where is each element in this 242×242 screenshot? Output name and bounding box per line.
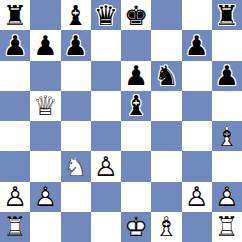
square-a4[interactable] [0,121,30,151]
square-e1[interactable]: ♚♔ [121,212,151,242]
square-g2[interactable]: ♟♙ [182,182,212,212]
black-pawn-piece[interactable]: ♟ [61,30,91,60]
square-f2[interactable] [151,182,181,212]
square-d7[interactable] [91,30,121,60]
black-pawn-piece[interactable]: ♟ [30,30,60,60]
white-pawn-outline: ♙ [182,182,212,212]
white-rook-outline: ♖ [0,212,30,242]
black-bishop-glyph: ♝ [121,91,151,121]
square-d5[interactable] [91,91,121,121]
black-king-piece[interactable]: ♚ [121,0,151,30]
black-knight-piece[interactable]: ♞ [151,61,181,91]
square-f8[interactable] [151,0,181,30]
square-h6[interactable]: ♟ [212,61,242,91]
square-b6[interactable] [30,61,60,91]
square-e7[interactable] [121,30,151,60]
square-c5[interactable] [61,91,91,121]
white-pawn-outline: ♙ [30,182,60,212]
square-b4[interactable] [30,121,60,151]
square-f5[interactable] [151,91,181,121]
white-bishop-piece[interactable]: ♝♗ [151,212,181,242]
white-pawn-glyph: ♟ [30,182,60,212]
square-a2[interactable]: ♟♙ [0,182,30,212]
white-pawn-piece[interactable]: ♟♙ [0,182,30,212]
white-rook-piece[interactable]: ♜♖ [0,212,30,242]
square-g1[interactable] [182,212,212,242]
white-queen-glyph: ♛ [30,91,60,121]
white-queen-piece[interactable]: ♛♕ [30,91,60,121]
white-bishop-glyph: ♝ [151,212,181,242]
black-queen-piece[interactable]: ♛ [91,0,121,30]
black-pawn-piece[interactable]: ♟ [0,30,30,60]
square-f3[interactable] [151,151,181,181]
white-pawn-glyph: ♟ [91,151,121,181]
black-rook-piece[interactable]: ♜ [212,0,242,30]
black-pawn-glyph: ♟ [61,30,91,60]
chess-board: ♜♝♛♚♜♟♟♟♟♟♞♟♛♕♝♝♗♞♘♟♙♟♙♟♙♟♙♟♙♜♖♚♔♝♗♜♖ [0,0,242,242]
square-c3[interactable]: ♞♘ [61,151,91,181]
square-g5[interactable] [182,91,212,121]
square-e8[interactable]: ♚ [121,0,151,30]
square-d6[interactable] [91,61,121,91]
black-pawn-glyph: ♟ [121,61,151,91]
square-h4[interactable]: ♝♗ [212,121,242,151]
square-e4[interactable] [121,121,151,151]
square-f4[interactable] [151,121,181,151]
white-bishop-glyph: ♝ [212,121,242,151]
square-d2[interactable] [91,182,121,212]
white-pawn-outline: ♙ [212,182,242,212]
white-rook-glyph: ♜ [0,212,30,242]
square-f6[interactable]: ♞ [151,61,181,91]
square-d1[interactable] [91,212,121,242]
white-pawn-piece[interactable]: ♟♙ [212,182,242,212]
black-pawn-piece[interactable]: ♟ [212,61,242,91]
black-bishop-piece[interactable]: ♝ [121,91,151,121]
square-g8[interactable] [182,0,212,30]
white-king-glyph: ♚ [121,212,151,242]
black-pawn-piece[interactable]: ♟ [121,61,151,91]
square-a7[interactable]: ♟ [0,30,30,60]
square-b8[interactable] [30,0,60,30]
square-d8[interactable]: ♛ [91,0,121,30]
square-h2[interactable]: ♟♙ [212,182,242,212]
white-rook-glyph: ♜ [212,212,242,242]
black-bishop-piece[interactable]: ♝ [61,0,91,30]
square-f7[interactable] [151,30,181,60]
square-b2[interactable]: ♟♙ [30,182,60,212]
black-pawn-glyph: ♟ [182,30,212,60]
square-b1[interactable] [30,212,60,242]
black-pawn-glyph: ♟ [212,61,242,91]
square-e5[interactable]: ♝ [121,91,151,121]
square-a5[interactable] [0,91,30,121]
square-b7[interactable]: ♟ [30,30,60,60]
square-c8[interactable]: ♝ [61,0,91,30]
square-c6[interactable] [61,61,91,91]
square-e3[interactable] [121,151,151,181]
square-g4[interactable] [182,121,212,151]
white-pawn-piece[interactable]: ♟♙ [182,182,212,212]
square-h3[interactable] [212,151,242,181]
black-rook-piece[interactable]: ♜ [0,0,30,30]
square-e2[interactable] [121,182,151,212]
white-king-outline: ♔ [121,212,151,242]
white-pawn-piece[interactable]: ♟♙ [30,182,60,212]
square-c7[interactable]: ♟ [61,30,91,60]
square-d4[interactable] [91,121,121,151]
white-rook-outline: ♖ [212,212,242,242]
square-g7[interactable]: ♟ [182,30,212,60]
white-bishop-piece[interactable]: ♝♗ [212,121,242,151]
white-pawn-outline: ♙ [91,151,121,181]
square-c4[interactable] [61,121,91,151]
square-f1[interactable]: ♝♗ [151,212,181,242]
square-h1[interactable]: ♜♖ [212,212,242,242]
white-king-piece[interactable]: ♚♔ [121,212,151,242]
white-pawn-piece[interactable]: ♟♙ [91,151,121,181]
black-bishop-glyph: ♝ [61,0,91,30]
white-bishop-outline: ♗ [212,121,242,151]
black-pawn-glyph: ♟ [0,30,30,60]
square-g6[interactable] [182,61,212,91]
black-knight-glyph: ♞ [151,61,181,91]
white-pawn-glyph: ♟ [182,182,212,212]
square-a1[interactable]: ♜♖ [0,212,30,242]
black-pawn-glyph: ♟ [30,30,60,60]
square-d3[interactable]: ♟♙ [91,151,121,181]
white-pawn-glyph: ♟ [0,182,30,212]
square-c2[interactable] [61,182,91,212]
black-queen-glyph: ♛ [91,0,121,30]
square-a8[interactable]: ♜ [0,0,30,30]
square-a3[interactable] [0,151,30,181]
white-knight-piece[interactable]: ♞♘ [61,151,91,181]
white-pawn-glyph: ♟ [212,182,242,212]
square-b3[interactable] [30,151,60,181]
square-h7[interactable] [212,30,242,60]
black-rook-glyph: ♜ [0,0,30,30]
square-h5[interactable] [212,91,242,121]
white-bishop-outline: ♗ [151,212,181,242]
black-rook-glyph: ♜ [212,0,242,30]
white-pawn-outline: ♙ [0,182,30,212]
square-b5[interactable]: ♛♕ [30,91,60,121]
white-rook-piece[interactable]: ♜♖ [212,212,242,242]
white-queen-outline: ♕ [30,91,60,121]
square-e6[interactable]: ♟ [121,61,151,91]
black-king-glyph: ♚ [121,0,151,30]
square-a6[interactable] [0,61,30,91]
black-pawn-piece[interactable]: ♟ [182,30,212,60]
white-knight-outline: ♘ [61,151,91,181]
square-g3[interactable] [182,151,212,181]
square-h8[interactable]: ♜ [212,0,242,30]
white-knight-glyph: ♞ [61,151,91,181]
square-c1[interactable] [61,212,91,242]
